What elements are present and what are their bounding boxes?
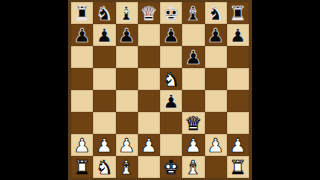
square-h7[interactable]: ♟ bbox=[227, 24, 249, 46]
square-d8[interactable]: ♛ bbox=[138, 2, 160, 24]
square-e1[interactable]: ♚ bbox=[160, 156, 182, 178]
piece-black-pawn[interactable]: ♟ bbox=[163, 90, 180, 112]
piece-white-pawn[interactable]: ♟ bbox=[140, 134, 157, 156]
square-b4[interactable] bbox=[93, 90, 115, 112]
square-c4[interactable] bbox=[116, 90, 138, 112]
piece-black-rook[interactable]: ♜ bbox=[229, 2, 246, 24]
piece-black-rook[interactable]: ♜ bbox=[74, 2, 91, 24]
square-b1[interactable]: ♞ bbox=[93, 156, 115, 178]
square-a3[interactable] bbox=[71, 112, 93, 134]
square-g1[interactable] bbox=[205, 156, 227, 178]
piece-white-rook[interactable]: ♜ bbox=[229, 156, 246, 178]
square-f6[interactable]: ♟ bbox=[182, 46, 204, 68]
square-h6[interactable] bbox=[227, 46, 249, 68]
square-g7[interactable]: ♟ bbox=[205, 24, 227, 46]
square-f7[interactable] bbox=[182, 24, 204, 46]
piece-white-knight[interactable]: ♞ bbox=[96, 156, 113, 178]
square-d2[interactable]: ♟ bbox=[138, 134, 160, 156]
square-h8[interactable]: ♜ bbox=[227, 2, 249, 24]
square-e4[interactable]: ♟ bbox=[160, 90, 182, 112]
square-a7[interactable]: ♟ bbox=[71, 24, 93, 46]
piece-white-bishop[interactable]: ♝ bbox=[118, 156, 135, 178]
square-e8[interactable]: ♚ bbox=[160, 2, 182, 24]
square-c1[interactable]: ♝ bbox=[116, 156, 138, 178]
piece-black-pawn[interactable]: ♟ bbox=[74, 24, 91, 46]
square-c6[interactable] bbox=[116, 46, 138, 68]
square-b5[interactable] bbox=[93, 68, 115, 90]
square-g8[interactable]: ♞ bbox=[205, 2, 227, 24]
square-f3[interactable]: ♛ bbox=[182, 112, 204, 134]
square-a4[interactable] bbox=[71, 90, 93, 112]
square-e6[interactable] bbox=[160, 46, 182, 68]
piece-black-bishop[interactable]: ♝ bbox=[185, 2, 202, 24]
square-d5[interactable] bbox=[138, 68, 160, 90]
square-e7[interactable]: ♟ bbox=[160, 24, 182, 46]
square-a8[interactable]: ♜ bbox=[71, 2, 93, 24]
piece-black-pawn[interactable]: ♟ bbox=[96, 24, 113, 46]
piece-white-knight[interactable]: ♞ bbox=[163, 68, 180, 90]
square-g5[interactable] bbox=[205, 68, 227, 90]
square-b7[interactable]: ♟ bbox=[93, 24, 115, 46]
piece-white-pawn[interactable]: ♟ bbox=[229, 134, 246, 156]
piece-white-pawn[interactable]: ♟ bbox=[185, 134, 202, 156]
square-b6[interactable] bbox=[93, 46, 115, 68]
piece-black-bishop[interactable]: ♝ bbox=[118, 2, 135, 24]
square-h4[interactable] bbox=[227, 90, 249, 112]
app-background: ♜♞♝♛♚♝♞♜♟♟♟♟♟♟♟♞♟♛♟♟♟♟♟♟♟♜♞♝♚♝♜ bbox=[0, 0, 320, 180]
square-b8[interactable]: ♞ bbox=[93, 2, 115, 24]
piece-white-pawn[interactable]: ♟ bbox=[118, 134, 135, 156]
piece-black-pawn[interactable]: ♟ bbox=[185, 46, 202, 68]
square-c7[interactable]: ♟ bbox=[116, 24, 138, 46]
square-d6[interactable] bbox=[138, 46, 160, 68]
piece-black-pawn[interactable]: ♟ bbox=[207, 24, 224, 46]
piece-white-pawn[interactable]: ♟ bbox=[96, 134, 113, 156]
square-e2[interactable] bbox=[160, 134, 182, 156]
square-g4[interactable] bbox=[205, 90, 227, 112]
square-c8[interactable]: ♝ bbox=[116, 2, 138, 24]
piece-black-pawn[interactable]: ♟ bbox=[163, 24, 180, 46]
square-f4[interactable] bbox=[182, 90, 204, 112]
square-e5[interactable]: ♞ bbox=[160, 68, 182, 90]
square-e3[interactable] bbox=[160, 112, 182, 134]
piece-black-pawn[interactable]: ♟ bbox=[118, 24, 135, 46]
piece-white-bishop[interactable]: ♝ bbox=[185, 156, 202, 178]
square-d4[interactable] bbox=[138, 90, 160, 112]
square-a1[interactable]: ♜ bbox=[71, 156, 93, 178]
square-c5[interactable] bbox=[116, 68, 138, 90]
square-h2[interactable]: ♟ bbox=[227, 134, 249, 156]
square-f1[interactable]: ♝ bbox=[182, 156, 204, 178]
piece-white-queen[interactable]: ♛ bbox=[185, 112, 202, 134]
square-b2[interactable]: ♟ bbox=[93, 134, 115, 156]
piece-black-king[interactable]: ♚ bbox=[163, 2, 180, 24]
square-f2[interactable]: ♟ bbox=[182, 134, 204, 156]
square-a6[interactable] bbox=[71, 46, 93, 68]
square-b3[interactable] bbox=[93, 112, 115, 134]
square-d3[interactable] bbox=[138, 112, 160, 134]
square-c2[interactable]: ♟ bbox=[116, 134, 138, 156]
piece-white-rook[interactable]: ♜ bbox=[74, 156, 91, 178]
square-a5[interactable] bbox=[71, 68, 93, 90]
chess-board: ♜♞♝♛♚♝♞♜♟♟♟♟♟♟♟♞♟♛♟♟♟♟♟♟♟♜♞♝♚♝♜ bbox=[71, 2, 249, 178]
piece-white-king[interactable]: ♚ bbox=[163, 156, 180, 178]
square-c3[interactable] bbox=[116, 112, 138, 134]
square-a2[interactable]: ♟ bbox=[71, 134, 93, 156]
square-g3[interactable] bbox=[205, 112, 227, 134]
piece-white-pawn[interactable]: ♟ bbox=[207, 134, 224, 156]
square-d1[interactable] bbox=[138, 156, 160, 178]
piece-black-knight[interactable]: ♞ bbox=[96, 2, 113, 24]
square-h1[interactable]: ♜ bbox=[227, 156, 249, 178]
square-h3[interactable] bbox=[227, 112, 249, 134]
piece-white-pawn[interactable]: ♟ bbox=[74, 134, 91, 156]
square-f8[interactable]: ♝ bbox=[182, 2, 204, 24]
piece-black-queen[interactable]: ♛ bbox=[140, 2, 157, 24]
square-g2[interactable]: ♟ bbox=[205, 134, 227, 156]
square-f5[interactable] bbox=[182, 68, 204, 90]
piece-black-knight[interactable]: ♞ bbox=[207, 2, 224, 24]
piece-black-pawn[interactable]: ♟ bbox=[229, 24, 246, 46]
square-g6[interactable] bbox=[205, 46, 227, 68]
square-h5[interactable] bbox=[227, 68, 249, 90]
square-d7[interactable] bbox=[138, 24, 160, 46]
board-frame: ♜♞♝♛♚♝♞♜♟♟♟♟♟♟♟♞♟♛♟♟♟♟♟♟♟♜♞♝♚♝♜ bbox=[68, 0, 252, 180]
